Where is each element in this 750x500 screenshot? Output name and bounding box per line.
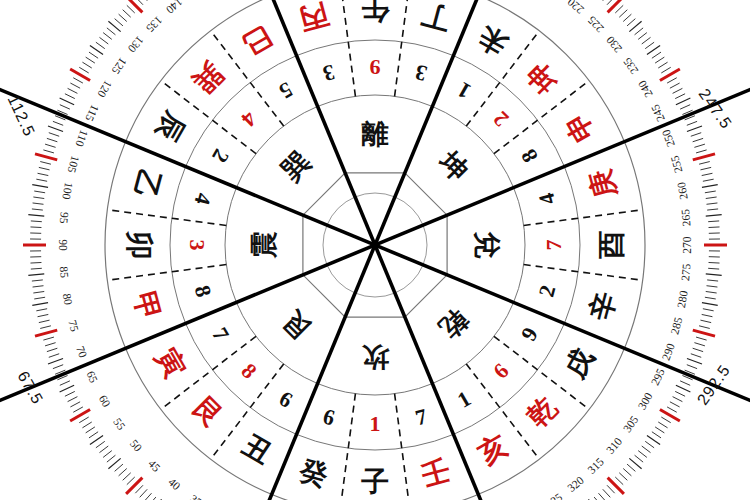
mountain-艮: 艮 — [187, 390, 230, 433]
tick-261 — [705, 191, 716, 193]
tick-274 — [708, 268, 719, 269]
tick-61 — [73, 407, 83, 412]
degree-label-65: 65 — [84, 369, 100, 385]
cell-boundary-82.5 — [107, 265, 226, 281]
tick-94 — [31, 221, 42, 222]
tick-137 — [140, 0, 148, 1]
degree-label-270: 270 — [681, 236, 693, 254]
star-number-辰: 2 — [207, 145, 234, 167]
tick-224 — [607, 0, 615, 5]
degree-label-90: 90 — [57, 239, 69, 251]
tick-228 — [623, 14, 631, 21]
degree-label-55: 55 — [111, 416, 128, 433]
red-tick-285 — [693, 330, 715, 336]
degree-label-305: 305 — [621, 413, 641, 434]
tick-47 — [123, 473, 131, 481]
red-tick-45 — [126, 478, 142, 494]
tick-123 — [86, 57, 95, 63]
trigram-震: 震 — [248, 232, 279, 260]
tick-81 — [34, 297, 45, 299]
mountain-坤: 坤 — [520, 57, 565, 102]
tick-106 — [43, 150, 54, 153]
tick-115 — [60, 98, 75, 105]
tick-232 — [638, 33, 647, 40]
mountain-乙: 乙 — [127, 166, 166, 202]
tick-246 — [680, 105, 690, 109]
degree-label-280: 280 — [675, 289, 690, 308]
tick-70 — [48, 359, 63, 364]
red-tick-105 — [35, 154, 57, 160]
tick-46 — [127, 477, 135, 485]
tick-304 — [652, 432, 661, 438]
tick-275 — [706, 274, 722, 275]
tick-44 — [135, 485, 143, 493]
degree-label-245: 245 — [649, 103, 667, 124]
degree-label-260: 260 — [675, 181, 690, 200]
tick-277 — [707, 286, 718, 287]
tick-63 — [68, 397, 78, 402]
degree-label-125: 125 — [109, 56, 129, 77]
degree-label-310: 310 — [604, 435, 624, 456]
tick-288 — [693, 348, 703, 351]
red-tick-315 — [608, 478, 624, 494]
degree-label-40: 40 — [166, 476, 183, 493]
tick-84 — [32, 280, 43, 281]
tick-111 — [53, 121, 63, 125]
tick-245 — [676, 98, 691, 105]
cell-boundary-262.5 — [524, 210, 643, 226]
degree-label-140: 140 — [164, 0, 185, 16]
tick-287 — [694, 343, 705, 346]
star-number-艮: 8 — [236, 358, 261, 383]
tick-124 — [89, 52, 98, 58]
tick-260 — [702, 185, 718, 188]
tick-76 — [40, 326, 51, 329]
tick-83 — [33, 286, 44, 287]
tick-316 — [607, 485, 615, 493]
tick-276 — [707, 280, 718, 281]
tick-313 — [619, 473, 627, 481]
tick-66 — [60, 381, 70, 385]
tick-281 — [703, 309, 714, 311]
star-number-寅: 7 — [207, 323, 234, 345]
tick-290 — [687, 359, 702, 364]
tick-104 — [40, 162, 51, 165]
tick-297 — [673, 397, 683, 402]
tick-52 — [103, 451, 112, 458]
tick-131 — [115, 19, 123, 26]
red-tick-75 — [35, 330, 57, 336]
tick-133 — [123, 10, 131, 18]
tick-243 — [673, 88, 683, 93]
tick-110 — [48, 126, 63, 131]
tick-86 — [31, 268, 42, 269]
degree-label-115: 115 — [83, 103, 101, 124]
tick-273 — [709, 262, 720, 263]
tick-74 — [43, 337, 54, 340]
mountain-甲: 甲 — [127, 288, 166, 324]
tick-237 — [655, 57, 664, 63]
tick-295 — [676, 385, 691, 392]
star-number-卯: 3 — [185, 240, 210, 251]
mountain-午: 午 — [361, 0, 390, 26]
mountain-寅: 寅 — [149, 343, 192, 384]
tick-51 — [107, 455, 116, 462]
tick-72 — [47, 348, 57, 351]
star-number-巳: 5 — [275, 77, 297, 104]
star-number-癸: 6 — [320, 403, 337, 430]
tick-223 — [603, 0, 611, 1]
star-number-戌: 9 — [516, 323, 543, 345]
trigram-巽: 巽 — [275, 145, 317, 187]
tick-226 — [615, 5, 623, 13]
degree-label-135: 135 — [144, 14, 165, 35]
tick-286 — [696, 337, 707, 340]
star-number-壬: 7 — [413, 403, 430, 430]
tick-299 — [667, 407, 677, 412]
star-number-子: 1 — [370, 411, 381, 436]
degree-label-295: 295 — [649, 366, 667, 387]
tick-102 — [38, 173, 49, 175]
tick-257 — [700, 167, 711, 169]
tick-242 — [670, 83, 680, 88]
tick-116 — [65, 94, 75, 99]
tick-119 — [73, 78, 83, 83]
tick-312 — [623, 468, 631, 475]
tick-235 — [647, 45, 660, 54]
mountain-巽: 巽 — [187, 56, 231, 100]
tick-108 — [47, 138, 57, 141]
mountain-辰: 辰 — [149, 106, 192, 148]
red-tick-300 — [660, 410, 680, 422]
tick-53 — [99, 446, 108, 453]
red-tick-255 — [693, 154, 715, 160]
degree-label-80: 80 — [61, 292, 75, 306]
star-number-辛: 2 — [533, 283, 560, 300]
mountain-癸: 癸 — [295, 453, 332, 492]
tick-294 — [680, 381, 690, 385]
tick-78 — [38, 314, 49, 316]
degree-label-45: 45 — [146, 457, 163, 474]
tick-127 — [99, 37, 108, 44]
tick-256 — [699, 162, 710, 165]
tick-229 — [627, 19, 635, 26]
tick-298 — [670, 402, 680, 407]
tick-100 — [32, 185, 48, 188]
luopan-compass-svg: 2530354045505560657075808590951001051101… — [0, 0, 750, 500]
luopan-compass: 2530354045505560657075808590951001051101… — [0, 0, 750, 500]
tick-266 — [708, 221, 719, 222]
tick-291 — [687, 365, 697, 369]
tick-107 — [45, 144, 56, 147]
degree-label-60: 60 — [97, 393, 113, 409]
tick-82 — [33, 291, 44, 293]
tick-136 — [135, 0, 143, 5]
tick-309 — [635, 455, 644, 462]
tick-87 — [30, 262, 41, 263]
mountain-庚: 庚 — [583, 166, 622, 203]
tick-267 — [709, 227, 720, 228]
tick-101 — [36, 179, 47, 181]
star-number-午: 9 — [370, 55, 381, 80]
tick-317 — [603, 489, 611, 497]
tick-251 — [691, 133, 701, 137]
tick-62 — [70, 402, 80, 407]
tick-303 — [655, 427, 664, 433]
tick-134 — [127, 5, 135, 13]
tick-128 — [103, 33, 112, 40]
degree-label-265: 265 — [679, 208, 692, 226]
star-number-申: 8 — [516, 145, 543, 167]
tick-42 — [144, 493, 151, 500]
degree-label-290: 290 — [660, 341, 677, 362]
trigram-兌: 兌 — [472, 232, 503, 259]
tick-282 — [702, 314, 713, 316]
star-number-丑: 6 — [275, 386, 297, 413]
tick-132 — [119, 14, 127, 21]
degree-label-75: 75 — [66, 319, 81, 333]
tick-253 — [694, 144, 705, 147]
cell-boundary-172.5 — [340, 0, 356, 96]
tick-65 — [60, 385, 75, 392]
degree-label-130: 130 — [126, 34, 146, 55]
tick-250 — [687, 126, 702, 131]
tick-278 — [706, 291, 717, 293]
tick-49 — [115, 464, 123, 471]
tick-318 — [598, 493, 605, 500]
mountain-未: 未 — [473, 19, 515, 62]
tick-302 — [658, 422, 667, 428]
red-tick-240 — [660, 69, 680, 81]
tick-103 — [39, 167, 50, 169]
tick-239 — [661, 67, 670, 73]
tick-54 — [96, 441, 105, 447]
tick-236 — [652, 52, 661, 58]
mountain-戌: 戌 — [558, 343, 601, 385]
tick-122 — [82, 62, 91, 68]
tick-97 — [33, 203, 44, 204]
star-number-未: 1 — [453, 77, 475, 104]
tick-238 — [658, 62, 667, 68]
tick-121 — [79, 67, 88, 73]
red-tick-60 — [70, 410, 90, 422]
star-number-乾: 6 — [488, 358, 513, 383]
tick-93 — [30, 227, 41, 228]
tick-258 — [702, 173, 713, 175]
tick-79 — [36, 309, 47, 311]
mountain-酉: 酉 — [595, 231, 628, 259]
red-tick-120 — [70, 69, 90, 81]
degree-label-315: 315 — [585, 455, 606, 476]
tick-98 — [33, 197, 44, 199]
tick-95 — [28, 215, 44, 216]
tick-264 — [707, 209, 718, 210]
mountain-申: 申 — [558, 107, 601, 148]
tick-314 — [615, 477, 623, 485]
trigram-離: 離 — [361, 118, 389, 149]
degree-label-325: 325 — [543, 491, 564, 500]
tick-311 — [627, 464, 635, 471]
degree-label-85: 85 — [58, 266, 71, 279]
tick-259 — [703, 179, 714, 181]
tick-69 — [53, 365, 63, 369]
tick-265 — [706, 215, 722, 216]
degree-label-285: 285 — [668, 316, 684, 336]
tick-283 — [700, 320, 711, 322]
degree-label-230: 230 — [604, 34, 624, 55]
degree-label-35: 35 — [188, 492, 205, 500]
degree-label-240: 240 — [636, 78, 655, 99]
tick-234 — [645, 42, 654, 48]
tick-114 — [60, 105, 70, 109]
tick-227 — [619, 10, 627, 18]
tick-129 — [107, 28, 116, 35]
tick-307 — [642, 446, 651, 453]
degree-label-70: 70 — [74, 344, 89, 359]
star-number-亥: 1 — [453, 386, 475, 413]
degree-label-95: 95 — [58, 212, 71, 225]
tick-117 — [68, 88, 78, 93]
star-number-甲: 8 — [190, 283, 217, 300]
tick-58 — [82, 422, 91, 428]
tick-59 — [79, 417, 88, 423]
tick-244 — [675, 94, 685, 99]
tick-308 — [638, 451, 647, 458]
tick-109 — [49, 133, 59, 137]
tick-43 — [140, 489, 148, 497]
star-number-巽: 4 — [236, 106, 261, 131]
degree-label-225: 225 — [585, 14, 606, 35]
mountain-亥: 亥 — [472, 428, 514, 471]
mountain-丁: 丁 — [418, 0, 454, 37]
tick-263 — [707, 203, 718, 204]
star-number-乙: 4 — [190, 190, 217, 207]
trigram-乾: 乾 — [434, 304, 475, 345]
mountain-巳: 巳 — [237, 19, 278, 62]
tick-118 — [70, 83, 80, 88]
star-number-庚: 4 — [533, 190, 560, 207]
tick-99 — [34, 191, 45, 193]
degree-label-250: 250 — [660, 128, 677, 149]
cell-boundary-277.5 — [524, 265, 643, 281]
tick-289 — [691, 354, 701, 358]
degree-label-320: 320 — [565, 474, 586, 494]
tick-56 — [89, 432, 98, 438]
tick-126 — [96, 42, 105, 48]
degree-label-120: 120 — [95, 79, 114, 100]
star-number-丁: 3 — [413, 60, 430, 87]
mountain-卯: 卯 — [123, 230, 156, 259]
tick-96 — [32, 209, 43, 210]
degree-label-100: 100 — [60, 181, 75, 200]
degree-label-300: 300 — [636, 390, 655, 411]
tick-64 — [65, 391, 75, 396]
star-number-丙: 3 — [320, 60, 337, 87]
star-number-坤: 2 — [488, 106, 513, 131]
trigram-坎: 坎 — [362, 342, 391, 373]
tick-280 — [702, 303, 718, 306]
tick-77 — [39, 320, 50, 322]
degree-label-220: 220 — [565, 0, 586, 16]
tick-55 — [90, 435, 103, 444]
tick-73 — [45, 343, 56, 346]
mountain-丙: 丙 — [296, 0, 333, 37]
tick-233 — [642, 37, 651, 44]
cell-boundary-187.5 — [395, 0, 411, 96]
tick-48 — [119, 468, 127, 475]
tick-125 — [90, 45, 103, 54]
cell-boundary-97.5 — [107, 210, 226, 226]
trigram-坤: 坤 — [432, 144, 474, 186]
tick-241 — [667, 78, 677, 83]
tick-57 — [86, 427, 95, 433]
tick-301 — [661, 417, 670, 423]
star-number-酉: 7 — [541, 240, 566, 251]
tick-306 — [645, 441, 654, 447]
tick-284 — [699, 326, 710, 329]
degree-label-110: 110 — [73, 128, 90, 148]
tick-85 — [28, 274, 44, 275]
degree-label-50: 50 — [128, 437, 145, 454]
tick-262 — [706, 197, 717, 199]
degree-label-235: 235 — [621, 55, 641, 76]
tick-231 — [635, 28, 644, 35]
trigram-艮: 艮 — [275, 304, 316, 345]
degree-label-105: 105 — [66, 154, 82, 174]
tick-252 — [693, 138, 703, 141]
degree-label-275: 275 — [679, 263, 692, 281]
mountain-丑: 丑 — [237, 428, 278, 471]
mountain-子: 子 — [361, 465, 389, 498]
tick-71 — [49, 354, 59, 358]
mountain-乾: 乾 — [520, 390, 563, 433]
mountain-壬: 壬 — [417, 453, 454, 492]
tick-249 — [687, 121, 697, 125]
tick-296 — [675, 391, 685, 396]
mountain-辛: 辛 — [583, 288, 622, 325]
tick-254 — [696, 150, 707, 153]
tick-305 — [647, 435, 660, 444]
degree-label-255: 255 — [668, 154, 684, 174]
tick-80 — [32, 303, 48, 306]
tick-279 — [705, 297, 716, 299]
